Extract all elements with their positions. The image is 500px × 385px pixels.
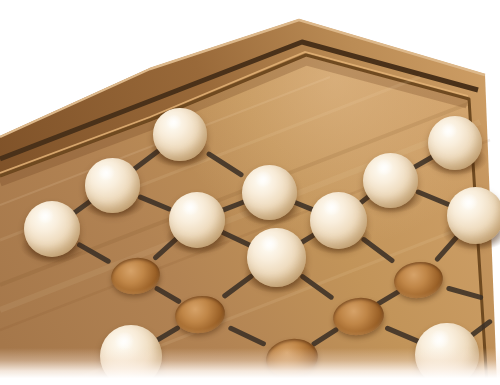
marble-specular-highlight [97,165,116,180]
marble-specular-highlight [254,171,273,186]
marble[interactable] [247,228,306,287]
marble-specular-highlight [375,159,394,175]
marble[interactable] [242,165,297,220]
marble[interactable] [310,192,367,249]
marble-specular-highlight [36,208,55,224]
marble-specular-highlight [165,115,183,130]
marble[interactable] [363,153,418,208]
marble[interactable] [24,201,80,257]
marble-specular-highlight [429,330,450,348]
marble-specular-highlight [322,199,341,215]
marble[interactable] [153,108,206,161]
solitaire-board-photo [0,0,500,385]
photo-bottom-fade [0,348,500,385]
marble-specular-highlight [459,194,478,210]
marble-specular-highlight [440,123,458,138]
marble[interactable] [428,116,482,170]
marble-specular-highlight [181,199,200,215]
marble[interactable] [447,187,500,244]
marble[interactable] [85,158,140,213]
marble-specular-highlight [260,235,280,251]
